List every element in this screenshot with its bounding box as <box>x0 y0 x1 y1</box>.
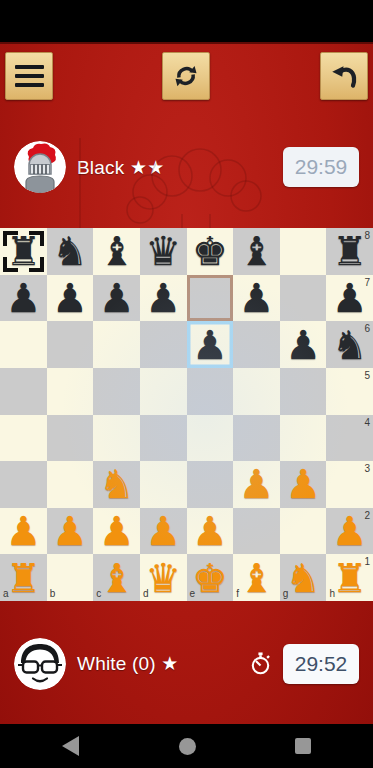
square-f3[interactable]: ♟ <box>233 461 280 508</box>
square-e2[interactable]: ♟ <box>187 508 234 555</box>
file-label-d: d <box>143 589 149 599</box>
square-b1[interactable]: b <box>47 554 94 601</box>
white-pawn-b2: ♟ <box>52 511 88 551</box>
square-a6[interactable] <box>0 321 47 368</box>
square-e8[interactable]: ♚ <box>187 228 234 275</box>
square-h6[interactable]: ♞6 <box>326 321 373 368</box>
file-label-e: e <box>190 589 196 599</box>
black-pawn-b7: ♟ <box>52 278 88 318</box>
rank-label-8: 8 <box>364 231 370 241</box>
square-b4[interactable] <box>47 415 94 462</box>
white-pawn-c2: ♟ <box>99 511 135 551</box>
recents-icon[interactable] <box>295 738 311 754</box>
square-d5[interactable] <box>140 368 187 415</box>
menu-button[interactable] <box>5 52 53 100</box>
white-pawn-h2: ♟ <box>332 511 368 551</box>
black-rook-h8: ♜ <box>332 231 368 271</box>
black-player-row: Black ★★ 29:59 <box>0 106 373 228</box>
white-pawn-d2: ♟ <box>145 511 181 551</box>
file-label-b: b <box>50 589 56 599</box>
rank-label-3: 3 <box>364 464 370 474</box>
black-knight-h6: ♞ <box>332 325 368 365</box>
white-clock: 29:52 <box>283 644 359 684</box>
black-bishop-f8: ♝ <box>239 231 275 271</box>
square-e6[interactable]: ♟ <box>187 321 234 368</box>
square-e1[interactable]: ♚e <box>187 554 234 601</box>
square-g1[interactable]: ♞g <box>280 554 327 601</box>
white-knight-c3: ♞ <box>99 464 135 504</box>
square-g3[interactable]: ♟ <box>280 461 327 508</box>
square-c4[interactable] <box>93 415 140 462</box>
white-knight-g1: ♞ <box>285 558 321 598</box>
square-g4[interactable] <box>280 415 327 462</box>
square-b7[interactable]: ♟ <box>47 275 94 322</box>
square-b8[interactable]: ♞ <box>47 228 94 275</box>
square-h3[interactable]: 3 <box>326 461 373 508</box>
square-c1[interactable]: ♝c <box>93 554 140 601</box>
square-d8[interactable]: ♛ <box>140 228 187 275</box>
white-pawn-g3: ♟ <box>285 464 321 504</box>
square-d6[interactable] <box>140 321 187 368</box>
back-icon[interactable] <box>62 736 79 756</box>
square-c8[interactable]: ♝ <box>93 228 140 275</box>
app-background: Black ★★ 29:59 ♜♞♝♛♚♝♜8♟♟♟♟♟♟7♟♟♞654♞♟♟3… <box>0 42 373 724</box>
home-icon[interactable] <box>179 738 196 755</box>
black-player-name: Black ★★ <box>77 156 164 179</box>
square-b5[interactable] <box>47 368 94 415</box>
undo-arrow-icon <box>329 61 359 91</box>
white-pawn-f3: ♟ <box>239 464 275 504</box>
black-bishop-c8: ♝ <box>99 231 135 271</box>
black-pawn-g6: ♟ <box>285 325 321 365</box>
square-f1[interactable]: ♝f <box>233 554 280 601</box>
square-a4[interactable] <box>0 415 47 462</box>
black-pawn-c7: ♟ <box>99 278 135 318</box>
white-player-name: White (0) ★ <box>77 652 179 675</box>
square-h7[interactable]: ♟7 <box>326 275 373 322</box>
file-label-a: a <box>3 589 9 599</box>
rank-label-4: 4 <box>364 418 370 428</box>
square-d4[interactable] <box>140 415 187 462</box>
square-c7[interactable]: ♟ <box>93 275 140 322</box>
white-rook-a1: ♜ <box>5 558 41 598</box>
square-a7[interactable]: ♟ <box>0 275 47 322</box>
black-avatar <box>14 141 66 193</box>
square-c6[interactable] <box>93 321 140 368</box>
square-h8[interactable]: ♜8 <box>326 228 373 275</box>
white-pawn-e2: ♟ <box>192 511 228 551</box>
black-king-e8: ♚ <box>192 231 228 271</box>
square-f5[interactable] <box>233 368 280 415</box>
file-label-g: g <box>283 589 289 599</box>
file-label-f: f <box>236 589 239 599</box>
stopwatch-icon <box>248 651 273 676</box>
android-nav-bar <box>0 724 373 768</box>
status-bar <box>0 0 373 42</box>
rank-label-1: 1 <box>364 557 370 567</box>
toolbar <box>0 44 373 106</box>
black-pawn-f7: ♟ <box>239 278 275 318</box>
white-bishop-f1: ♝ <box>239 558 275 598</box>
white-pawn-a2: ♟ <box>5 511 41 551</box>
square-a8[interactable]: ♜ <box>0 228 47 275</box>
rank-label-2: 2 <box>364 511 370 521</box>
square-a2[interactable]: ♟ <box>0 508 47 555</box>
square-g8[interactable] <box>280 228 327 275</box>
square-f8[interactable]: ♝ <box>233 228 280 275</box>
square-h5[interactable]: 5 <box>326 368 373 415</box>
square-g7[interactable] <box>280 275 327 322</box>
black-pawn-h7: ♟ <box>332 278 368 318</box>
white-player-row: White (0) ★ 29:52 <box>0 601 373 726</box>
chess-board[interactable]: ♜♞♝♛♚♝♜8♟♟♟♟♟♟7♟♟♞654♞♟♟3♟♟♟♟♟♟2♜ab♝c♛d♚… <box>0 228 373 601</box>
square-b3[interactable] <box>47 461 94 508</box>
square-h4[interactable]: 4 <box>326 415 373 462</box>
black-pawn-e6: ♟ <box>192 325 228 365</box>
square-d1[interactable]: ♛d <box>140 554 187 601</box>
square-a5[interactable] <box>0 368 47 415</box>
rank-label-7: 7 <box>364 278 370 288</box>
square-f4[interactable] <box>233 415 280 462</box>
menu-icon <box>15 65 44 88</box>
white-king-e1: ♚ <box>192 558 228 598</box>
undo-button[interactable] <box>320 52 368 100</box>
black-clock: 29:59 <box>283 147 359 187</box>
square-h2[interactable]: ♟2 <box>326 508 373 555</box>
square-g6[interactable]: ♟ <box>280 321 327 368</box>
black-queen-d8: ♛ <box>145 231 181 271</box>
refresh-icon <box>171 61 201 91</box>
white-bishop-c1: ♝ <box>99 558 135 598</box>
refresh-button[interactable] <box>162 52 210 100</box>
square-c5[interactable] <box>93 368 140 415</box>
white-queen-d1: ♛ <box>145 558 181 598</box>
black-pawn-a7: ♟ <box>5 278 41 318</box>
square-a1[interactable]: ♜a <box>0 554 47 601</box>
square-g5[interactable] <box>280 368 327 415</box>
file-label-h: h <box>329 589 335 599</box>
white-avatar <box>14 638 66 690</box>
black-knight-b8: ♞ <box>52 231 88 271</box>
square-h1[interactable]: ♜1h <box>326 554 373 601</box>
square-b2[interactable]: ♟ <box>47 508 94 555</box>
rank-label-6: 6 <box>364 324 370 334</box>
square-e7[interactable] <box>187 275 234 322</box>
square-g2[interactable] <box>280 508 327 555</box>
square-c3[interactable]: ♞ <box>93 461 140 508</box>
square-f6[interactable] <box>233 321 280 368</box>
square-f2[interactable] <box>233 508 280 555</box>
square-e3[interactable] <box>187 461 234 508</box>
white-rook-h1: ♜ <box>332 558 368 598</box>
square-d2[interactable]: ♟ <box>140 508 187 555</box>
file-label-c: c <box>96 589 101 599</box>
square-f7[interactable]: ♟ <box>233 275 280 322</box>
square-e5[interactable] <box>187 368 234 415</box>
square-b6[interactable] <box>47 321 94 368</box>
rank-label-5: 5 <box>364 371 370 381</box>
square-e4[interactable] <box>187 415 234 462</box>
square-d3[interactable] <box>140 461 187 508</box>
square-a3[interactable] <box>0 461 47 508</box>
square-d7[interactable]: ♟ <box>140 275 187 322</box>
square-c2[interactable]: ♟ <box>93 508 140 555</box>
black-pawn-d7: ♟ <box>145 278 181 318</box>
